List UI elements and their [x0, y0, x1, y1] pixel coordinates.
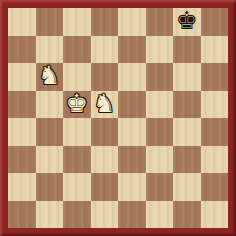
- square-e5[interactable]: [118, 91, 146, 119]
- square-g1[interactable]: [173, 201, 201, 229]
- square-h5[interactable]: [201, 91, 229, 119]
- square-c1[interactable]: [63, 201, 91, 229]
- square-a4[interactable]: [8, 118, 36, 146]
- square-h4[interactable]: [201, 118, 229, 146]
- square-b8[interactable]: [36, 8, 64, 36]
- square-f2[interactable]: [146, 173, 174, 201]
- square-h8[interactable]: [201, 8, 229, 36]
- square-c5[interactable]: ♚: [63, 91, 91, 119]
- square-g6[interactable]: [173, 63, 201, 91]
- square-d1[interactable]: [91, 201, 119, 229]
- square-g2[interactable]: [173, 173, 201, 201]
- square-a2[interactable]: [8, 173, 36, 201]
- square-e1[interactable]: [118, 201, 146, 229]
- square-h2[interactable]: [201, 173, 229, 201]
- square-g8[interactable]: ♚: [173, 8, 201, 36]
- square-d7[interactable]: [91, 36, 119, 64]
- square-d5[interactable]: ♞: [91, 91, 119, 119]
- piece-white-knight[interactable]: ♞: [38, 62, 60, 89]
- square-c4[interactable]: [63, 118, 91, 146]
- square-a3[interactable]: [8, 146, 36, 174]
- square-f8[interactable]: [146, 8, 174, 36]
- square-b3[interactable]: [36, 146, 64, 174]
- square-g5[interactable]: [173, 91, 201, 119]
- square-c3[interactable]: [63, 146, 91, 174]
- square-d3[interactable]: [91, 146, 119, 174]
- square-b4[interactable]: [36, 118, 64, 146]
- square-f5[interactable]: [146, 91, 174, 119]
- square-d2[interactable]: [91, 173, 119, 201]
- piece-black-king[interactable]: ♚: [176, 7, 198, 34]
- square-b5[interactable]: [36, 91, 64, 119]
- chess-diagram: ♚♞♚♞: [0, 0, 236, 236]
- square-d4[interactable]: [91, 118, 119, 146]
- square-b7[interactable]: [36, 36, 64, 64]
- square-g3[interactable]: [173, 146, 201, 174]
- square-f4[interactable]: [146, 118, 174, 146]
- piece-white-king[interactable]: ♚: [66, 90, 88, 117]
- square-c8[interactable]: [63, 8, 91, 36]
- square-b1[interactable]: [36, 201, 64, 229]
- board-frame: ♚♞♚♞: [0, 0, 236, 236]
- square-f3[interactable]: [146, 146, 174, 174]
- piece-white-knight[interactable]: ♞: [93, 90, 115, 117]
- square-d8[interactable]: [91, 8, 119, 36]
- square-c2[interactable]: [63, 173, 91, 201]
- square-g7[interactable]: [173, 36, 201, 64]
- square-h1[interactable]: [201, 201, 229, 229]
- square-a1[interactable]: [8, 201, 36, 229]
- square-e3[interactable]: [118, 146, 146, 174]
- square-f6[interactable]: [146, 63, 174, 91]
- square-c7[interactable]: [63, 36, 91, 64]
- square-e2[interactable]: [118, 173, 146, 201]
- chess-board: ♚♞♚♞: [8, 8, 228, 228]
- square-a7[interactable]: [8, 36, 36, 64]
- square-e6[interactable]: [118, 63, 146, 91]
- square-a6[interactable]: [8, 63, 36, 91]
- square-a8[interactable]: [8, 8, 36, 36]
- square-f7[interactable]: [146, 36, 174, 64]
- square-a5[interactable]: [8, 91, 36, 119]
- square-d6[interactable]: [91, 63, 119, 91]
- square-c6[interactable]: [63, 63, 91, 91]
- square-b2[interactable]: [36, 173, 64, 201]
- square-e4[interactable]: [118, 118, 146, 146]
- square-e8[interactable]: [118, 8, 146, 36]
- square-e7[interactable]: [118, 36, 146, 64]
- square-h6[interactable]: [201, 63, 229, 91]
- square-g4[interactable]: [173, 118, 201, 146]
- square-b6[interactable]: ♞: [36, 63, 64, 91]
- square-h7[interactable]: [201, 36, 229, 64]
- square-h3[interactable]: [201, 146, 229, 174]
- square-f1[interactable]: [146, 201, 174, 229]
